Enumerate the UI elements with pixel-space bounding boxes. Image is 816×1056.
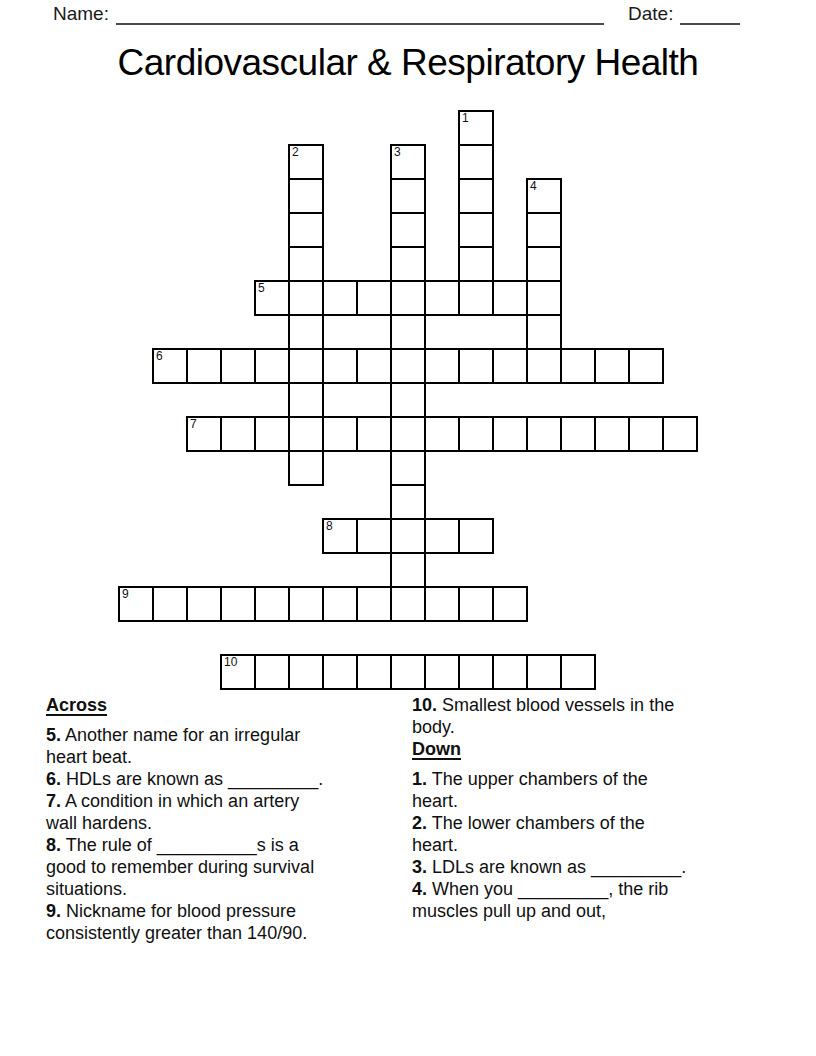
grid-cell-r9c4[interactable] [254, 416, 290, 452]
grid-cell-r5c11[interactable] [492, 280, 528, 316]
grid-cell-r0c10[interactable]: 1 [458, 110, 494, 146]
clue-number: 9. [46, 901, 61, 921]
grid-cell-r5c8[interactable] [390, 280, 426, 316]
grid-cell-r9c13[interactable] [560, 416, 596, 452]
worksheet-page: Name: Date: Cardiovascular & Respiratory… [0, 0, 816, 1056]
grid-cell-r6c5[interactable] [288, 314, 324, 350]
grid-cell-r2c10[interactable] [458, 178, 494, 214]
grid-cell-r14c10[interactable] [458, 586, 494, 622]
grid-cell-r14c6[interactable] [322, 586, 358, 622]
cell-number-5: 5 [258, 282, 265, 295]
clue-number: 6. [46, 769, 61, 789]
grid-cell-r7c2[interactable] [186, 348, 222, 384]
grid-cell-r1c8[interactable]: 3 [390, 144, 426, 180]
grid-cell-r2c5[interactable] [288, 178, 324, 214]
cell-number-10: 10 [224, 656, 237, 669]
grid-cell-r16c12[interactable] [526, 654, 562, 690]
grid-cell-r12c6[interactable]: 8 [322, 518, 358, 554]
down-clue-1: 1. The upper chambers of the heart. [412, 768, 693, 812]
grid-cell-r9c16[interactable] [662, 416, 698, 452]
grid-cell-r5c5[interactable] [288, 280, 324, 316]
name-blank-line [116, 4, 604, 25]
grid-cell-r16c3[interactable]: 10 [220, 654, 256, 690]
grid-cell-r4c12[interactable] [526, 246, 562, 282]
grid-cell-r12c7[interactable] [356, 518, 392, 554]
down-clue-3: 3. LDLs are known as _________. [412, 856, 693, 878]
grid-cell-r9c2[interactable]: 7 [186, 416, 222, 452]
grid-cell-r7c8[interactable] [390, 348, 426, 384]
across-clue-8: 8. The rule of __________s is a good to … [46, 834, 335, 900]
grid-cell-r9c6[interactable] [322, 416, 358, 452]
across-header: Across [46, 694, 335, 716]
grid-cell-r4c5[interactable] [288, 246, 324, 282]
cell-number-6: 6 [156, 350, 163, 363]
across-clue-9: 9. Nickname for blood pressure consisten… [46, 900, 335, 944]
grid-cell-r9c15[interactable] [628, 416, 664, 452]
grid-cell-r16c5[interactable] [288, 654, 324, 690]
grid-cell-r12c8[interactable] [390, 518, 426, 554]
down-clue-4: 4. When you _________, the rib muscles p… [412, 878, 693, 922]
grid-cell-r16c6[interactable] [322, 654, 358, 690]
name-label: Name: [53, 3, 109, 25]
grid-cell-r8c8[interactable] [390, 382, 426, 418]
grid-cell-r9c10[interactable] [458, 416, 494, 452]
grid-cell-r9c9[interactable] [424, 416, 460, 452]
grid-cell-r7c11[interactable] [492, 348, 528, 384]
grid-cell-r5c10[interactable] [458, 280, 494, 316]
down-header: Down [412, 738, 693, 760]
grid-cell-r14c7[interactable] [356, 586, 392, 622]
grid-cell-r12c10[interactable] [458, 518, 494, 554]
cell-number-1: 1 [462, 112, 469, 125]
grid-cell-r5c12[interactable] [526, 280, 562, 316]
clue-number: 3. [412, 857, 427, 877]
across-clue-7: 7. A condition in which an artery wall h… [46, 790, 335, 834]
grid-cell-r7c14[interactable] [594, 348, 630, 384]
crossword-grid: 12345678910 [118, 110, 698, 690]
grid-cell-r3c8[interactable] [390, 212, 426, 248]
grid-cell-r7c5[interactable] [288, 348, 324, 384]
grid-cell-r16c13[interactable] [560, 654, 596, 690]
grid-cell-r3c12[interactable] [526, 212, 562, 248]
grid-cell-r2c8[interactable] [390, 178, 426, 214]
grid-cell-r11c8[interactable] [390, 484, 426, 520]
grid-cell-r14c5[interactable] [288, 586, 324, 622]
grid-cell-r14c4[interactable] [254, 586, 290, 622]
grid-cell-r16c7[interactable] [356, 654, 392, 690]
grid-cell-r8c5[interactable] [288, 382, 324, 418]
clue-number: 10. [412, 695, 437, 715]
grid-cell-r7c6[interactable] [322, 348, 358, 384]
grid-cell-r10c8[interactable] [390, 450, 426, 486]
cell-number-4: 4 [530, 180, 537, 193]
grid-cell-r7c3[interactable] [220, 348, 256, 384]
grid-cell-r9c5[interactable] [288, 416, 324, 452]
grid-cell-r14c3[interactable] [220, 586, 256, 622]
clues-column-right: 10. Smallest blood vessels in the body.D… [412, 694, 693, 922]
grid-cell-r12c9[interactable] [424, 518, 460, 554]
grid-cell-r16c8[interactable] [390, 654, 426, 690]
across-clue-5: 5. Another name for an irregular heart b… [46, 724, 335, 768]
grid-cell-r9c12[interactable] [526, 416, 562, 452]
clue-number: 4. [412, 879, 427, 899]
grid-cell-r7c1[interactable]: 6 [152, 348, 188, 384]
grid-cell-r16c10[interactable] [458, 654, 494, 690]
grid-cell-r5c4[interactable]: 5 [254, 280, 290, 316]
grid-cell-r7c15[interactable] [628, 348, 664, 384]
date-blank-line [680, 4, 740, 25]
cell-number-7: 7 [190, 418, 197, 431]
grid-cell-r13c8[interactable] [390, 552, 426, 588]
grid-cell-r14c1[interactable] [152, 586, 188, 622]
grid-cell-r5c9[interactable] [424, 280, 460, 316]
grid-cell-r9c3[interactable] [220, 416, 256, 452]
clue-number: 1. [412, 769, 427, 789]
clue-number: 8. [46, 835, 61, 855]
grid-cell-r9c14[interactable] [594, 416, 630, 452]
grid-cell-r4c8[interactable] [390, 246, 426, 282]
cell-number-3: 3 [394, 146, 401, 159]
grid-cell-r9c7[interactable] [356, 416, 392, 452]
grid-cell-r14c9[interactable] [424, 586, 460, 622]
grid-cell-r3c5[interactable] [288, 212, 324, 248]
grid-cell-r14c0[interactable]: 9 [118, 586, 154, 622]
grid-cell-r7c7[interactable] [356, 348, 392, 384]
clues-column-left: Across5. Another name for an irregular h… [46, 694, 335, 944]
grid-cell-r6c12[interactable] [526, 314, 562, 350]
grid-cell-r9c8[interactable] [390, 416, 426, 452]
grid-cell-r10c5[interactable] [288, 450, 324, 486]
grid-cell-r9c11[interactable] [492, 416, 528, 452]
grid-cell-r2c12[interactable]: 4 [526, 178, 562, 214]
grid-cell-r7c4[interactable] [254, 348, 290, 384]
grid-cell-r6c8[interactable] [390, 314, 426, 350]
page-title: Cardiovascular & Respiratory Health [0, 42, 816, 84]
grid-cell-r14c8[interactable] [390, 586, 426, 622]
grid-cell-r16c9[interactable] [424, 654, 460, 690]
across-clue-10: 10. Smallest blood vessels in the body. [412, 694, 693, 738]
down-clue-2: 2. The lower chambers of the heart. [412, 812, 693, 856]
clue-number: 7. [46, 791, 61, 811]
grid-cell-r16c11[interactable] [492, 654, 528, 690]
grid-cell-r5c6[interactable] [322, 280, 358, 316]
grid-cell-r4c10[interactable] [458, 246, 494, 282]
grid-cell-r1c10[interactable] [458, 144, 494, 180]
clue-number: 5. [46, 725, 61, 745]
cell-number-8: 8 [326, 520, 333, 533]
grid-cell-r7c9[interactable] [424, 348, 460, 384]
grid-cell-r3c10[interactable] [458, 212, 494, 248]
across-clue-6: 6. HDLs are known as _________. [46, 768, 335, 790]
grid-cell-r1c5[interactable]: 2 [288, 144, 324, 180]
grid-cell-r14c11[interactable] [492, 586, 528, 622]
grid-cell-r14c2[interactable] [186, 586, 222, 622]
grid-cell-r7c10[interactable] [458, 348, 494, 384]
grid-cell-r7c13[interactable] [560, 348, 596, 384]
grid-cell-r16c4[interactable] [254, 654, 290, 690]
cell-number-9: 9 [122, 588, 129, 601]
clue-number: 2. [412, 813, 427, 833]
cell-number-2: 2 [292, 146, 299, 159]
grid-cell-r7c12[interactable] [526, 348, 562, 384]
date-label: Date: [628, 3, 673, 25]
grid-cell-r5c7[interactable] [356, 280, 392, 316]
